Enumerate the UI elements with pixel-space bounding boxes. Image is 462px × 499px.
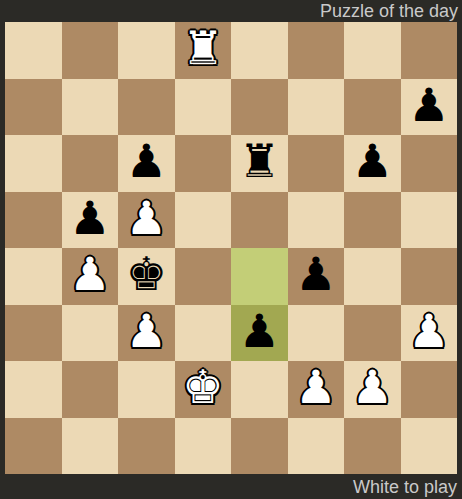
square-a7[interactable] (5, 79, 62, 136)
square-c3[interactable]: ♟ (118, 305, 175, 362)
square-a5[interactable] (5, 192, 62, 249)
square-b4[interactable]: ♟ (62, 248, 119, 305)
piece-white-pawn-f2[interactable]: ♟ (295, 364, 336, 410)
square-a3[interactable] (5, 305, 62, 362)
piece-black-rook-e6[interactable]: ♜ (239, 138, 280, 184)
square-d3[interactable] (175, 305, 232, 362)
square-g3[interactable] (344, 305, 401, 362)
square-c2[interactable] (118, 361, 175, 418)
piece-white-pawn-c3[interactable]: ♟ (126, 308, 167, 354)
square-e6[interactable]: ♜ (231, 135, 288, 192)
header-bar: Puzzle of the day (0, 0, 462, 22)
square-a8[interactable] (5, 22, 62, 79)
piece-black-pawn-c6[interactable]: ♟ (126, 138, 167, 184)
piece-white-pawn-c5[interactable]: ♟ (126, 195, 167, 241)
square-c6[interactable]: ♟ (118, 135, 175, 192)
square-h2[interactable] (401, 361, 458, 418)
square-a2[interactable] (5, 361, 62, 418)
square-g4[interactable] (344, 248, 401, 305)
square-g7[interactable] (344, 79, 401, 136)
chess-board: ♜♟♟♜♟♟♟♟♚♟♟♟♟♚♟♟ (5, 22, 457, 474)
square-e7[interactable] (231, 79, 288, 136)
square-b7[interactable] (62, 79, 119, 136)
piece-black-pawn-f4[interactable]: ♟ (295, 251, 336, 297)
square-h8[interactable] (401, 22, 458, 79)
piece-black-king-c4[interactable]: ♚ (126, 251, 167, 297)
square-e4[interactable] (231, 248, 288, 305)
square-d8[interactable]: ♜ (175, 22, 232, 79)
puzzle-title: Puzzle of the day (320, 2, 458, 20)
square-h3[interactable]: ♟ (401, 305, 458, 362)
square-a4[interactable] (5, 248, 62, 305)
piece-black-pawn-g6[interactable]: ♟ (352, 138, 393, 184)
square-a6[interactable] (5, 135, 62, 192)
square-d1[interactable] (175, 418, 232, 475)
square-d7[interactable] (175, 79, 232, 136)
puzzle-app: Puzzle of the day ♜♟♟♜♟♟♟♟♚♟♟♟♟♚♟♟ White… (0, 0, 462, 499)
square-d2[interactable]: ♚ (175, 361, 232, 418)
square-f2[interactable]: ♟ (288, 361, 345, 418)
square-e5[interactable] (231, 192, 288, 249)
square-g5[interactable] (344, 192, 401, 249)
square-a1[interactable] (5, 418, 62, 475)
square-h1[interactable] (401, 418, 458, 475)
square-b1[interactable] (62, 418, 119, 475)
square-b3[interactable] (62, 305, 119, 362)
square-h6[interactable] (401, 135, 458, 192)
square-h4[interactable] (401, 248, 458, 305)
square-c1[interactable] (118, 418, 175, 475)
square-e3[interactable]: ♟ (231, 305, 288, 362)
square-h5[interactable] (401, 192, 458, 249)
square-f8[interactable] (288, 22, 345, 79)
square-e1[interactable] (231, 418, 288, 475)
square-c4[interactable]: ♚ (118, 248, 175, 305)
piece-white-rook-d8[interactable]: ♜ (182, 25, 223, 71)
square-b2[interactable] (62, 361, 119, 418)
square-g1[interactable] (344, 418, 401, 475)
square-f3[interactable] (288, 305, 345, 362)
square-d5[interactable] (175, 192, 232, 249)
square-b5[interactable]: ♟ (62, 192, 119, 249)
turn-indicator: White to play (353, 478, 457, 496)
piece-white-king-d2[interactable]: ♚ (182, 364, 223, 410)
square-f6[interactable] (288, 135, 345, 192)
square-f7[interactable] (288, 79, 345, 136)
piece-white-pawn-b4[interactable]: ♟ (69, 251, 110, 297)
piece-white-pawn-g2[interactable]: ♟ (352, 364, 393, 410)
square-e2[interactable] (231, 361, 288, 418)
square-h7[interactable]: ♟ (401, 79, 458, 136)
square-b8[interactable] (62, 22, 119, 79)
piece-black-pawn-h7[interactable]: ♟ (408, 82, 449, 128)
piece-white-pawn-h3[interactable]: ♟ (408, 308, 449, 354)
square-d4[interactable] (175, 248, 232, 305)
square-d6[interactable] (175, 135, 232, 192)
square-g2[interactable]: ♟ (344, 361, 401, 418)
footer-bar: White to play (0, 474, 462, 499)
square-c5[interactable]: ♟ (118, 192, 175, 249)
piece-black-pawn-b5[interactable]: ♟ (69, 195, 110, 241)
square-g6[interactable]: ♟ (344, 135, 401, 192)
square-f1[interactable] (288, 418, 345, 475)
square-g8[interactable] (344, 22, 401, 79)
piece-black-pawn-e3[interactable]: ♟ (239, 308, 280, 354)
square-b6[interactable] (62, 135, 119, 192)
square-e8[interactable] (231, 22, 288, 79)
square-c7[interactable] (118, 79, 175, 136)
square-f4[interactable]: ♟ (288, 248, 345, 305)
square-f5[interactable] (288, 192, 345, 249)
square-c8[interactable] (118, 22, 175, 79)
